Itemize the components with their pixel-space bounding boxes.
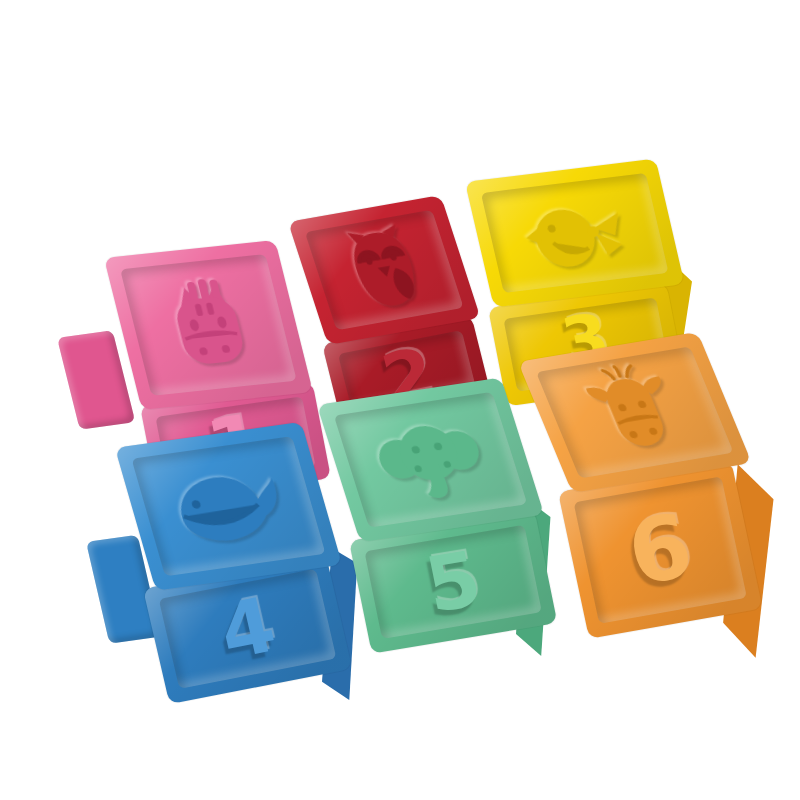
connector-tab (57, 330, 135, 430)
owl-icon (325, 218, 444, 322)
block-number: 5 (420, 540, 487, 623)
block-top-face (115, 422, 342, 591)
photo-toy-blocks: 1 (0, 0, 800, 800)
giraffe-icon (566, 357, 704, 468)
block-number: 6 (621, 502, 700, 599)
block-top-face (465, 159, 685, 308)
block-top-face (288, 195, 481, 345)
elephant-icon (363, 402, 498, 518)
top-panel (334, 392, 528, 528)
block-top-face (104, 240, 313, 410)
top-panel (120, 254, 297, 396)
top-panel (481, 173, 669, 293)
front-panel: 6 (574, 476, 748, 623)
zebra-icon (144, 269, 273, 382)
bird-icon (513, 184, 636, 283)
block-number: 4 (213, 587, 282, 671)
top-panel (131, 436, 325, 576)
whale-icon (156, 451, 302, 561)
